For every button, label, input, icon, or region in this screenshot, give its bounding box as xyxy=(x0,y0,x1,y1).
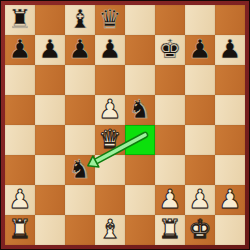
square-c3[interactable]: ♞ xyxy=(65,155,95,185)
square-f7[interactable]: ♚ xyxy=(155,35,185,65)
square-a8[interactable]: ♜ xyxy=(5,5,35,35)
square-b2[interactable] xyxy=(35,185,65,215)
piece-black-pawn[interactable]: ♟ xyxy=(8,34,31,64)
square-h1[interactable] xyxy=(215,215,245,245)
square-d1[interactable]: ♝ xyxy=(95,215,125,245)
square-c1[interactable] xyxy=(65,215,95,245)
piece-black-pawn[interactable]: ♟ xyxy=(218,34,241,64)
piece-white-pawn[interactable]: ♟ xyxy=(8,184,31,214)
piece-black-rook[interactable]: ♜ xyxy=(8,4,31,34)
square-h7[interactable]: ♟ xyxy=(215,35,245,65)
square-g4[interactable] xyxy=(185,125,215,155)
piece-white-queen[interactable]: ♛ xyxy=(98,124,121,154)
piece-white-pawn[interactable]: ♟ xyxy=(158,184,181,214)
square-e8[interactable] xyxy=(125,5,155,35)
square-b5[interactable] xyxy=(35,95,65,125)
square-g8[interactable] xyxy=(185,5,215,35)
square-c7[interactable]: ♟ xyxy=(65,35,95,65)
chess-board: ♜♝♛♟♟♟♟♚♟♟♟♞♛♞♟♟♟♟♜♝♜♚ xyxy=(5,5,245,245)
square-h8[interactable] xyxy=(215,5,245,35)
square-h3[interactable] xyxy=(215,155,245,185)
square-f1[interactable]: ♜ xyxy=(155,215,185,245)
square-g3[interactable] xyxy=(185,155,215,185)
square-d3[interactable] xyxy=(95,155,125,185)
square-h2[interactable]: ♟ xyxy=(215,185,245,215)
square-f6[interactable] xyxy=(155,65,185,95)
square-b6[interactable] xyxy=(35,65,65,95)
piece-white-king[interactable]: ♚ xyxy=(188,214,211,244)
square-d5[interactable]: ♟ xyxy=(95,95,125,125)
square-d4[interactable]: ♛ xyxy=(95,125,125,155)
square-g6[interactable] xyxy=(185,65,215,95)
square-a6[interactable] xyxy=(5,65,35,95)
square-b3[interactable] xyxy=(35,155,65,185)
piece-black-pawn[interactable]: ♟ xyxy=(68,34,91,64)
piece-white-pawn[interactable]: ♟ xyxy=(218,184,241,214)
piece-white-rook[interactable]: ♜ xyxy=(8,214,31,244)
square-b7[interactable]: ♟ xyxy=(35,35,65,65)
square-f5[interactable] xyxy=(155,95,185,125)
piece-black-pawn[interactable]: ♟ xyxy=(38,34,61,64)
square-e3[interactable] xyxy=(125,155,155,185)
square-f2[interactable]: ♟ xyxy=(155,185,185,215)
square-e6[interactable] xyxy=(125,65,155,95)
square-a7[interactable]: ♟ xyxy=(5,35,35,65)
square-a3[interactable] xyxy=(5,155,35,185)
square-g2[interactable]: ♟ xyxy=(185,185,215,215)
piece-black-pawn[interactable]: ♟ xyxy=(98,34,121,64)
square-f8[interactable] xyxy=(155,5,185,35)
square-g7[interactable]: ♟ xyxy=(185,35,215,65)
square-a1[interactable]: ♜ xyxy=(5,215,35,245)
square-e1[interactable] xyxy=(125,215,155,245)
square-e7[interactable] xyxy=(125,35,155,65)
piece-black-queen[interactable]: ♛ xyxy=(98,4,121,34)
square-d6[interactable] xyxy=(95,65,125,95)
square-c4[interactable] xyxy=(65,125,95,155)
square-b4[interactable] xyxy=(35,125,65,155)
square-c8[interactable]: ♝ xyxy=(65,5,95,35)
square-f3[interactable] xyxy=(155,155,185,185)
square-a2[interactable]: ♟ xyxy=(5,185,35,215)
piece-black-knight[interactable]: ♞ xyxy=(68,154,91,184)
piece-white-bishop[interactable]: ♝ xyxy=(98,214,121,244)
square-h5[interactable] xyxy=(215,95,245,125)
square-e2[interactable] xyxy=(125,185,155,215)
piece-black-bishop[interactable]: ♝ xyxy=(68,4,91,34)
square-e5[interactable]: ♞ xyxy=(125,95,155,125)
square-c2[interactable] xyxy=(65,185,95,215)
square-a5[interactable] xyxy=(5,95,35,125)
square-h4[interactable] xyxy=(215,125,245,155)
square-b8[interactable] xyxy=(35,5,65,35)
square-a4[interactable] xyxy=(5,125,35,155)
piece-white-pawn[interactable]: ♟ xyxy=(98,94,121,124)
square-c5[interactable] xyxy=(65,95,95,125)
piece-white-pawn[interactable]: ♟ xyxy=(188,184,211,214)
square-d2[interactable] xyxy=(95,185,125,215)
square-g5[interactable] xyxy=(185,95,215,125)
square-f4[interactable] xyxy=(155,125,185,155)
chess-board-frame: ♜♝♛♟♟♟♟♚♟♟♟♞♛♞♟♟♟♟♜♝♜♚ xyxy=(0,0,250,250)
square-h6[interactable] xyxy=(215,65,245,95)
square-d7[interactable]: ♟ xyxy=(95,35,125,65)
piece-white-rook[interactable]: ♜ xyxy=(158,214,181,244)
piece-black-knight[interactable]: ♞ xyxy=(128,94,151,124)
square-e4[interactable] xyxy=(125,125,155,155)
square-d8[interactable]: ♛ xyxy=(95,5,125,35)
square-b1[interactable] xyxy=(35,215,65,245)
piece-black-king[interactable]: ♚ xyxy=(158,34,181,64)
square-g1[interactable]: ♚ xyxy=(185,215,215,245)
piece-black-pawn[interactable]: ♟ xyxy=(188,34,211,64)
square-c6[interactable] xyxy=(65,65,95,95)
